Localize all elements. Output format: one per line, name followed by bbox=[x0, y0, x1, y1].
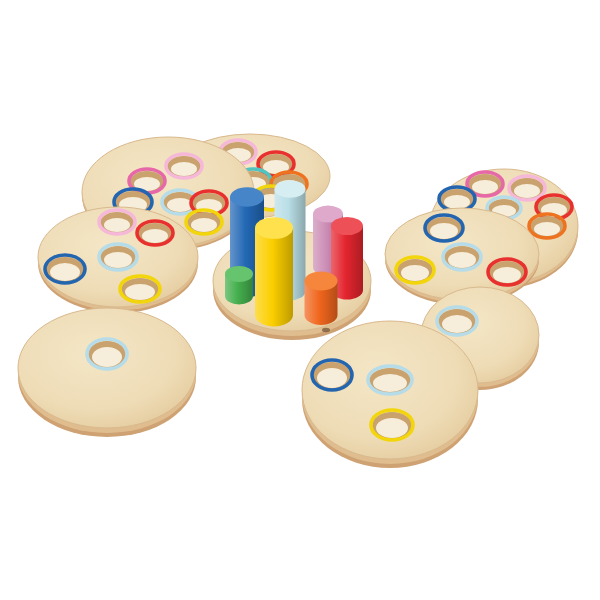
bottom-left-disc[interactable] bbox=[18, 308, 196, 437]
hole-opening bbox=[167, 198, 193, 212]
hole-opening bbox=[317, 368, 347, 388]
hole-opening bbox=[104, 252, 132, 268]
peg-yellow[interactable] bbox=[255, 217, 293, 326]
hole-opening bbox=[142, 229, 168, 243]
product-photo bbox=[0, 0, 600, 600]
hole-opening bbox=[92, 347, 122, 367]
hole-opening bbox=[448, 252, 476, 268]
hole-opening bbox=[191, 218, 217, 232]
game-scene bbox=[0, 0, 600, 600]
peg-top bbox=[275, 180, 306, 198]
hole-opening bbox=[50, 263, 80, 281]
left-disc[interactable] bbox=[38, 207, 198, 313]
peg-top bbox=[305, 272, 338, 291]
hole-opening bbox=[376, 418, 408, 438]
hole-opening bbox=[125, 284, 155, 300]
base-dowel bbox=[322, 328, 330, 332]
hole-opening bbox=[514, 184, 540, 198]
hole-opening bbox=[171, 162, 197, 176]
pegboard-base[interactable] bbox=[213, 180, 371, 340]
hole-opening bbox=[104, 218, 130, 232]
peg-green[interactable] bbox=[225, 266, 253, 304]
peg-top bbox=[230, 187, 264, 206]
peg-orange[interactable] bbox=[305, 272, 338, 325]
peg-body bbox=[255, 228, 293, 326]
hole-opening bbox=[444, 195, 470, 209]
hole-opening bbox=[430, 223, 458, 239]
hole-opening bbox=[472, 180, 498, 194]
peg-top bbox=[255, 217, 293, 239]
hole-opening bbox=[401, 265, 429, 281]
hole-opening bbox=[442, 315, 472, 333]
hole-opening bbox=[373, 374, 407, 392]
bottom-center-disc[interactable] bbox=[302, 321, 478, 468]
peg-top bbox=[331, 217, 363, 235]
peg-top bbox=[225, 266, 253, 282]
hole-opening bbox=[534, 222, 560, 236]
hole-opening bbox=[493, 267, 521, 283]
